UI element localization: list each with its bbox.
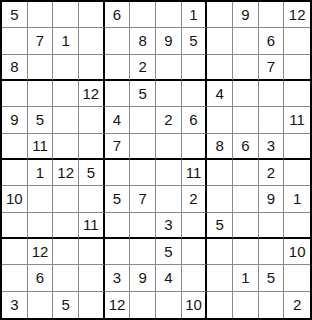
cell-r4c7-empty[interactable] — [156, 81, 182, 107]
cell-r9c11-empty[interactable] — [259, 213, 285, 239]
cell-r3c9-empty[interactable] — [207, 55, 233, 81]
cell-r10c3-empty[interactable] — [53, 239, 79, 265]
cell-r9c8-empty[interactable] — [182, 213, 208, 239]
cell-r10c7-given[interactable]: 5 — [156, 239, 182, 265]
cell-r7c3-given[interactable]: 12 — [53, 160, 79, 186]
cell-r12c8-given[interactable]: 10 — [182, 292, 208, 318]
cell-r6c11-given[interactable]: 3 — [259, 134, 285, 160]
cell-r5c1-given[interactable]: 9 — [2, 107, 28, 133]
cell-r12c3-given[interactable]: 5 — [53, 292, 79, 318]
cell-r5c6-empty[interactable] — [130, 107, 156, 133]
cell-r10c2-given[interactable]: 12 — [28, 239, 54, 265]
cell-r11c6-given[interactable]: 9 — [130, 265, 156, 291]
cell-r5c9-empty[interactable] — [207, 107, 233, 133]
cell-r4c9-given[interactable]: 4 — [207, 81, 233, 107]
cell-r11c2-given[interactable]: 6 — [28, 265, 54, 291]
cell-r6c5-given[interactable]: 7 — [105, 134, 131, 160]
cell-r9c3-empty[interactable] — [53, 213, 79, 239]
cell-r8c1-given[interactable]: 10 — [2, 186, 28, 212]
cell-r2c12-empty[interactable] — [284, 28, 310, 54]
cell-r8c11-given[interactable]: 9 — [259, 186, 285, 212]
cell-r8c9-empty[interactable] — [207, 186, 233, 212]
cell-r11c12-empty[interactable] — [284, 265, 310, 291]
cell-r3c6-given[interactable]: 2 — [130, 55, 156, 81]
cell-r3c8-empty[interactable] — [182, 55, 208, 81]
cell-r2c3-given[interactable]: 1 — [53, 28, 79, 54]
cell-r7c4-given[interactable]: 5 — [79, 160, 105, 186]
cell-r12c5-given[interactable]: 12 — [105, 292, 131, 318]
cell-r9c1-empty[interactable] — [2, 213, 28, 239]
cell-r5c2-given[interactable]: 5 — [28, 107, 54, 133]
cell-r1c4-empty[interactable] — [79, 2, 105, 28]
cell-r8c4-empty[interactable] — [79, 186, 105, 212]
cell-r6c3-empty[interactable] — [53, 134, 79, 160]
cell-r3c11-given[interactable]: 7 — [259, 55, 285, 81]
cell-r7c2-given[interactable]: 1 — [28, 160, 54, 186]
cell-r1c12-given[interactable]: 12 — [284, 2, 310, 28]
cell-r6c1-empty[interactable] — [2, 134, 28, 160]
cell-r1c6-empty[interactable] — [130, 2, 156, 28]
cell-r12c11-empty[interactable] — [259, 292, 285, 318]
cell-r12c10-empty[interactable] — [233, 292, 259, 318]
cell-r11c8-empty[interactable] — [182, 265, 208, 291]
cell-r2c4-empty[interactable] — [79, 28, 105, 54]
cell-r4c3-empty[interactable] — [53, 81, 79, 107]
cell-r5c11-empty[interactable] — [259, 107, 285, 133]
cell-r10c9-empty[interactable] — [207, 239, 233, 265]
cell-r5c4-empty[interactable] — [79, 107, 105, 133]
cell-r8c8-given[interactable]: 2 — [182, 186, 208, 212]
sudoku-board: 5619127189568271254954261111786311251121… — [0, 0, 312, 320]
cell-r9c2-empty[interactable] — [28, 213, 54, 239]
cell-r11c1-empty[interactable] — [2, 265, 28, 291]
cell-r6c8-empty[interactable] — [182, 134, 208, 160]
cell-r1c1-given[interactable]: 5 — [2, 2, 28, 28]
cell-r3c3-empty[interactable] — [53, 55, 79, 81]
cell-r4c5-empty[interactable] — [105, 81, 131, 107]
cell-r8c10-empty[interactable] — [233, 186, 259, 212]
cell-r1c7-empty[interactable] — [156, 2, 182, 28]
cell-r8c7-empty[interactable] — [156, 186, 182, 212]
cell-r1c11-empty[interactable] — [259, 2, 285, 28]
cell-r4c1-empty[interactable] — [2, 81, 28, 107]
cell-r6c10-given[interactable]: 6 — [233, 134, 259, 160]
cell-r12c9-empty[interactable] — [207, 292, 233, 318]
cell-r2c1-empty[interactable] — [2, 28, 28, 54]
cell-r5c7-given[interactable]: 2 — [156, 107, 182, 133]
cell-r1c3-empty[interactable] — [53, 2, 79, 28]
cell-r7c5-empty[interactable] — [105, 160, 131, 186]
cell-r10c6-empty[interactable] — [130, 239, 156, 265]
cell-r2c5-empty[interactable] — [105, 28, 131, 54]
cell-r9c6-empty[interactable] — [130, 213, 156, 239]
cell-r9c4-given[interactable]: 11 — [79, 213, 105, 239]
cell-r11c3-empty[interactable] — [53, 265, 79, 291]
cell-r4c6-given[interactable]: 5 — [130, 81, 156, 107]
cell-r4c2-empty[interactable] — [28, 81, 54, 107]
cell-r7c10-empty[interactable] — [233, 160, 259, 186]
cell-r1c5-given[interactable]: 6 — [105, 2, 131, 28]
cell-r4c12-empty[interactable] — [284, 81, 310, 107]
cell-r8c5-given[interactable]: 5 — [105, 186, 131, 212]
cell-r8c6-given[interactable]: 7 — [130, 186, 156, 212]
cell-r9c5-empty[interactable] — [105, 213, 131, 239]
cell-r4c8-empty[interactable] — [182, 81, 208, 107]
cell-r12c2-empty[interactable] — [28, 292, 54, 318]
cell-r10c1-empty[interactable] — [2, 239, 28, 265]
cell-r9c7-given[interactable]: 3 — [156, 213, 182, 239]
cell-r12c1-given[interactable]: 3 — [2, 292, 28, 318]
cell-r4c11-empty[interactable] — [259, 81, 285, 107]
cell-r6c4-empty[interactable] — [79, 134, 105, 160]
cell-r2c8-given[interactable]: 5 — [182, 28, 208, 54]
cell-r12c12-given[interactable]: 2 — [284, 292, 310, 318]
cell-r5c8-given[interactable]: 6 — [182, 107, 208, 133]
cell-r11c4-empty[interactable] — [79, 265, 105, 291]
cell-r3c12-empty[interactable] — [284, 55, 310, 81]
cell-r6c2-given[interactable]: 11 — [28, 134, 54, 160]
cell-r11c5-given[interactable]: 3 — [105, 265, 131, 291]
cell-r2c10-empty[interactable] — [233, 28, 259, 54]
cell-r10c5-empty[interactable] — [105, 239, 131, 265]
cell-r7c12-empty[interactable] — [284, 160, 310, 186]
cell-r6c12-empty[interactable] — [284, 134, 310, 160]
cell-r11c7-given[interactable]: 4 — [156, 265, 182, 291]
cell-r5c3-empty[interactable] — [53, 107, 79, 133]
cell-r6c7-empty[interactable] — [156, 134, 182, 160]
cell-r11c11-given[interactable]: 5 — [259, 265, 285, 291]
cell-r3c2-empty[interactable] — [28, 55, 54, 81]
cell-r7c7-empty[interactable] — [156, 160, 182, 186]
cell-r3c7-empty[interactable] — [156, 55, 182, 81]
cell-r2c11-given[interactable]: 6 — [259, 28, 285, 54]
cell-r9c9-given[interactable]: 5 — [207, 213, 233, 239]
cell-r7c6-empty[interactable] — [130, 160, 156, 186]
cell-r10c8-empty[interactable] — [182, 239, 208, 265]
cell-r2c9-empty[interactable] — [207, 28, 233, 54]
cell-r2c2-given[interactable]: 7 — [28, 28, 54, 54]
cell-r8c2-empty[interactable] — [28, 186, 54, 212]
cell-r10c11-empty[interactable] — [259, 239, 285, 265]
cell-r4c10-empty[interactable] — [233, 81, 259, 107]
cell-r7c11-given[interactable]: 2 — [259, 160, 285, 186]
cell-r2c7-given[interactable]: 9 — [156, 28, 182, 54]
cell-r5c12-given[interactable]: 11 — [284, 107, 310, 133]
cell-r12c6-empty[interactable] — [130, 292, 156, 318]
cell-r1c2-empty[interactable] — [28, 2, 54, 28]
cell-r10c4-empty[interactable] — [79, 239, 105, 265]
cell-r7c1-empty[interactable] — [2, 160, 28, 186]
cell-r1c8-given[interactable]: 1 — [182, 2, 208, 28]
cell-r2c6-given[interactable]: 8 — [130, 28, 156, 54]
cell-r11c10-given[interactable]: 1 — [233, 265, 259, 291]
cell-r8c3-empty[interactable] — [53, 186, 79, 212]
cell-r12c4-empty[interactable] — [79, 292, 105, 318]
cell-r5c5-given[interactable]: 4 — [105, 107, 131, 133]
cell-r3c10-empty[interactable] — [233, 55, 259, 81]
cell-r3c5-empty[interactable] — [105, 55, 131, 81]
cell-r4c4-given[interactable]: 12 — [79, 81, 105, 107]
cell-r1c9-empty[interactable] — [207, 2, 233, 28]
cell-r10c12-given[interactable]: 10 — [284, 239, 310, 265]
cell-r5c10-empty[interactable] — [233, 107, 259, 133]
cell-r11c9-empty[interactable] — [207, 265, 233, 291]
cell-r10c10-empty[interactable] — [233, 239, 259, 265]
cell-r6c6-empty[interactable] — [130, 134, 156, 160]
cell-r9c12-empty[interactable] — [284, 213, 310, 239]
cell-r12c7-empty[interactable] — [156, 292, 182, 318]
cell-r3c4-empty[interactable] — [79, 55, 105, 81]
cell-r1c10-given[interactable]: 9 — [233, 2, 259, 28]
cell-r7c9-empty[interactable] — [207, 160, 233, 186]
cell-r6c9-given[interactable]: 8 — [207, 134, 233, 160]
cell-r3c1-given[interactable]: 8 — [2, 55, 28, 81]
cell-r9c10-empty[interactable] — [233, 213, 259, 239]
cell-r8c12-given[interactable]: 1 — [284, 186, 310, 212]
cell-r7c8-given[interactable]: 11 — [182, 160, 208, 186]
